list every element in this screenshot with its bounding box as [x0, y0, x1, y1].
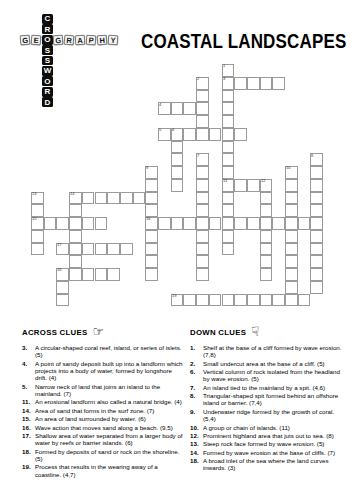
down-clue-item-7: 7.An island tied to the mainland by a sp… — [190, 384, 345, 391]
down-clue-item-2: 2.Small undercut area at the base of a c… — [190, 360, 345, 367]
crossword-cell-r17c20[interactable] — [285, 281, 298, 294]
crossword-cell-r10c13[interactable] — [196, 192, 209, 205]
across-clues-heading: ACROSS CLUES ☞ — [22, 326, 185, 339]
crossword-cell-r12c21[interactable] — [298, 217, 311, 230]
cell-number-3: 3 — [223, 77, 225, 81]
crossword-cell-r18c12[interactable] — [183, 294, 196, 307]
crossword-cell-r16c22[interactable] — [310, 268, 323, 281]
across-clue-item-16: 16.Wave action that moves sand along a b… — [22, 424, 185, 431]
crossword-cell-r10c18[interactable] — [260, 192, 273, 205]
across-clue-item-18: 18.Formed by deposits of sand or rock on… — [22, 448, 185, 463]
down-clue-number: 10. — [190, 424, 200, 431]
crossword-cell-r14c0[interactable] — [31, 243, 44, 256]
crossword-cell-r10c6[interactable] — [107, 192, 120, 205]
down-clue-item-8: 8.Triangular-shaped spit formed behind a… — [190, 392, 345, 407]
crossword-cell-r16c9[interactable] — [145, 268, 158, 281]
across-clue-number: 3. — [22, 344, 32, 359]
crossword-cell-r1c18[interactable] — [260, 77, 273, 90]
across-clue-text: An erosional landform also called a natu… — [35, 398, 182, 405]
crossword-cell-r3c15[interactable] — [222, 102, 235, 115]
across-clue-text: A point of sandy deposit built up into a… — [35, 360, 185, 382]
logo-horizontal-tile-e: E — [31, 34, 42, 45]
cell-number-5: 5 — [159, 128, 161, 132]
across-clue-item-11: 11.An erosional landform also called a n… — [22, 398, 185, 405]
crossword-cell-r18c15[interactable] — [222, 294, 235, 307]
across-clue-item-15: 15.An area of land surrounded by water. … — [22, 415, 185, 422]
crossword-cell-r3c12[interactable] — [183, 102, 196, 115]
cell-number-15: 15 — [32, 217, 37, 221]
cell-number-18: 18 — [57, 268, 62, 272]
crossword-cell-r11c22[interactable] — [310, 204, 323, 217]
across-clue-text: An area of land surrounded by water. (6) — [35, 415, 146, 422]
down-clue-item-6: 6.Vertical column of rock isolated from … — [190, 368, 345, 383]
crossword-cell-r10c20[interactable] — [285, 192, 298, 205]
crossword-cell-r6c15[interactable] — [222, 141, 235, 154]
crossword-cell-r1c17[interactable] — [247, 77, 260, 90]
across-clue-number: 16. — [22, 424, 32, 431]
crossword-cell-r11c20[interactable] — [285, 204, 298, 217]
crossword-cell-r12c14[interactable] — [209, 217, 222, 230]
crossword-cell-r10c5[interactable] — [95, 192, 108, 205]
down-clues-heading: DOWN CLUES ☟ — [190, 326, 345, 339]
crossword-cell-r11c18[interactable] — [260, 204, 273, 217]
crossword-cell-r16c6[interactable] — [107, 268, 120, 281]
cell-number-holder: 4 — [158, 102, 171, 115]
down-clue-text: Prominent highland area that juts out to… — [203, 432, 334, 439]
crossword-cell-r3c13[interactable] — [196, 102, 209, 115]
crossword-cell-r12c12[interactable] — [183, 217, 196, 230]
crossword-cell-r11c13[interactable] — [196, 204, 209, 217]
crossword-cell-r14c13[interactable] — [196, 243, 209, 256]
crossword-cell-r1c16[interactable] — [234, 77, 247, 90]
cell-number-9: 9 — [146, 166, 148, 170]
crossword-cell-r13c0[interactable] — [31, 230, 44, 243]
crossword-cell-r1c19[interactable] — [272, 77, 285, 90]
across-clue-text: Wave action that moves sand along a beac… — [35, 424, 173, 431]
down-clue-text: Formed by wave erosion at the base of cl… — [203, 449, 335, 456]
down-clue-text: An island tied to the mainland by a spit… — [203, 384, 325, 391]
crossword-cell-r12c1[interactable] — [44, 217, 57, 230]
crossword-cell-r5c14[interactable] — [209, 128, 222, 141]
down-clue-item-12: 12.Prominent highland area that juts out… — [190, 432, 345, 439]
crossword-cell-r13c3[interactable] — [69, 230, 82, 243]
crossword-cell-r12c10[interactable] — [158, 217, 171, 230]
cell-number-10: 10 — [286, 166, 291, 170]
crossword-cell-r14c3[interactable] — [69, 243, 82, 256]
down-clue-text: Steep rock face formed by wave erosion. … — [203, 440, 324, 447]
crossword-cell-r13c15[interactable] — [222, 230, 235, 243]
crossword-cell-r17c22[interactable] — [310, 281, 323, 294]
crossword-cell-r12c4[interactable] — [82, 217, 95, 230]
page-title: COASTAL LANDSCAPES — [141, 30, 347, 53]
crossword-grid: 12345678910111213141516171819 — [31, 64, 325, 307]
crossword-cell-r18c14[interactable] — [209, 294, 222, 307]
crossword-cell-r18c13[interactable] — [196, 294, 209, 307]
crossword-cell-r2c13[interactable] — [196, 90, 209, 103]
cell-number-holder: 2 — [196, 77, 209, 90]
crossword-cell-r18c20[interactable] — [285, 294, 298, 307]
crossword-cell-r12c17[interactable] — [247, 217, 260, 230]
down-clues-label: DOWN CLUES — [190, 328, 246, 337]
crossword-cell-r14c15[interactable] — [222, 243, 235, 256]
across-clue-number: 19. — [22, 463, 32, 478]
crossword-cell-r16c18[interactable] — [260, 268, 273, 281]
down-clue-number: 9. — [190, 408, 200, 423]
across-clue-number: 11. — [22, 398, 32, 405]
cell-number-holder: 17 — [56, 243, 69, 256]
crossword-cell-r9c20[interactable] — [285, 179, 298, 192]
crossword-cell-r5c15[interactable] — [222, 128, 235, 141]
across-clue-number: 18. — [22, 448, 32, 463]
down-clue-text: Underwater ridge formed by the growth of… — [203, 408, 345, 423]
across-clue-number: 15. — [22, 415, 32, 422]
crossword-cell-r12c11[interactable] — [171, 217, 184, 230]
crossword-cell-r9c13[interactable] — [196, 179, 209, 192]
down-clue-number: 6. — [190, 368, 200, 383]
crossword-cell-r12c16[interactable] — [234, 217, 247, 230]
across-clue-item-3: 3.A circular-shaped coral reef, island, … — [22, 344, 185, 359]
crossword-cell-r9c16[interactable] — [234, 179, 247, 192]
across-clue-list: 3.A circular-shaped coral reef, island, … — [22, 344, 185, 478]
cell-number-13: 13 — [32, 192, 37, 196]
across-clue-number: 17. — [22, 432, 32, 447]
down-clue-number: 14. — [190, 449, 200, 456]
crossword-cell-r18c17[interactable] — [247, 294, 260, 307]
across-clue-text: Formed by deposits of sand or rock on th… — [35, 448, 185, 463]
across-clue-item-4: 4.A point of sandy deposit built up into… — [22, 360, 185, 382]
cell-number-holder: 3 — [222, 77, 235, 90]
cell-number-2: 2 — [197, 77, 199, 81]
crossword-cell-r12c3[interactable] — [69, 217, 82, 230]
crossword-cell-r6c11[interactable] — [171, 141, 184, 154]
crossword-cell-r11c0[interactable] — [31, 204, 44, 217]
down-clue-number: 7. — [190, 384, 200, 391]
cell-number-holder: 1 — [222, 64, 235, 77]
cell-number-holder: 14 — [69, 192, 82, 205]
cell-number-holder: 16 — [145, 217, 158, 230]
crossword-cell-r9c22[interactable] — [310, 179, 323, 192]
cell-number-6: 6 — [172, 128, 174, 132]
crossword-cell-r18c18[interactable] — [260, 294, 273, 307]
logo-horizontal-tile-h: H — [97, 34, 108, 45]
crossword-cell-r12c19[interactable] — [272, 217, 285, 230]
logo-horizontal-tile-y: Y — [108, 35, 119, 46]
crossword-cell-r5c13[interactable] — [196, 128, 209, 141]
cell-number-holder: 18 — [56, 268, 69, 281]
crossword-cell-r16c5[interactable] — [95, 268, 108, 281]
across-clue-text: Area of sand that forms in the surf zone… — [35, 407, 154, 414]
cell-number-holder: 15 — [31, 217, 44, 230]
down-clue-item-1: 1.Shelf at the base of a cliff formed by… — [190, 344, 345, 359]
crossword-cell-r14c6[interactable] — [107, 243, 120, 256]
across-clues-label: ACROSS CLUES — [22, 328, 88, 337]
logo-vertical-tile-r: R — [42, 24, 53, 34]
down-clues-section: DOWN CLUES ☟ 1.Shelf at the base of a cl… — [190, 326, 345, 473]
crossword-cell-r12c18[interactable] — [260, 217, 273, 230]
down-clue-number: 8. — [190, 392, 200, 407]
across-clue-number: 5. — [22, 383, 32, 398]
down-clue-list: 1.Shelf at the base of a cliff formed by… — [190, 344, 345, 472]
crossword-cell-r10c4[interactable] — [82, 192, 95, 205]
crossword-cell-r8c15[interactable] — [222, 166, 235, 179]
crossword-cell-r12c5[interactable] — [95, 217, 108, 230]
crossword-cell-r12c15[interactable] — [222, 217, 235, 230]
cell-number-holder: 5 — [158, 128, 171, 141]
across-clue-item-17: 17.Shallow area of water separated from … — [22, 432, 185, 447]
pointing-down-hand-icon: ☟ — [251, 324, 259, 339]
crossword-cell-r17c2[interactable] — [56, 281, 69, 294]
down-clue-number: 2. — [190, 360, 200, 367]
across-clue-item-14: 14.Area of sand that forms in the surf z… — [22, 407, 185, 414]
crossword-cell-r12c13[interactable] — [196, 217, 209, 230]
cell-number-12: 12 — [261, 179, 266, 183]
crossword-cell-r14c20[interactable] — [285, 243, 298, 256]
crossword-cell-r13c20[interactable] — [285, 230, 298, 243]
down-clue-text: A broad inlet of the sea where the land … — [203, 457, 345, 472]
logo-horizontal-tile-g: G — [53, 34, 64, 45]
cell-number-holder: 10 — [285, 166, 298, 179]
cell-number-4: 4 — [159, 103, 161, 107]
crossword-cell-r18c16[interactable] — [234, 294, 247, 307]
crossword-cell-r13c9[interactable] — [145, 230, 158, 243]
crossword-cell-r14c22[interactable] — [310, 243, 323, 256]
crossword-cell-r8c11[interactable] — [171, 166, 184, 179]
across-clue-number: 4. — [22, 360, 32, 382]
cell-number-holder: 9 — [145, 166, 158, 179]
across-clue-number: 14. — [22, 407, 32, 414]
across-clue-item-5: 5.Narrow neck of land that joins an isla… — [22, 383, 185, 398]
down-clue-item-10: 10.A group or chain of islands. (11) — [190, 424, 345, 431]
logo-horizontal-tile-o: O — [42, 35, 53, 45]
crossword-cell-r13c18[interactable] — [260, 230, 273, 243]
worksheet-page: { "page": { "background": "#ffffff" }, "… — [0, 0, 354, 500]
crossword-cell-r14c5[interactable] — [95, 243, 108, 256]
crossword-cell-r14c18[interactable] — [260, 243, 273, 256]
crossword-cell-r16c3[interactable] — [69, 268, 82, 281]
crossword-cell-r7c15[interactable] — [222, 153, 235, 166]
cell-number-11: 11 — [223, 179, 227, 183]
crossword-cell-r9c17[interactable] — [247, 179, 260, 192]
down-clue-text: Shelf at the base of a cliff formed by w… — [203, 344, 345, 359]
logo-horizontal-tile-p: P — [86, 34, 97, 45]
crossword-cell-r16c4[interactable] — [82, 268, 95, 281]
crossword-cell-r10c9[interactable] — [145, 192, 158, 205]
cell-number-holder: 6 — [171, 128, 184, 141]
crossword-cell-r11c15[interactable] — [222, 204, 235, 217]
crossword-cell-r14c9[interactable] — [145, 243, 158, 256]
crossword-cell-r11c9[interactable] — [145, 204, 158, 217]
cell-number-holder: 7 — [196, 153, 209, 166]
crossword-cell-r4c15[interactable] — [222, 115, 235, 128]
cell-number-holder: 8 — [310, 153, 323, 166]
crossword-cell-r15c13[interactable] — [196, 255, 209, 268]
crossword-cell-r10c22[interactable] — [310, 192, 323, 205]
crossword-cell-r15c18[interactable] — [260, 255, 273, 268]
down-clue-item-13: 13.Steep rock face formed by wave erosio… — [190, 440, 345, 447]
crossword-cell-r10c15[interactable] — [222, 192, 235, 205]
across-clue-text: A circular-shaped coral reef, island, or… — [35, 344, 185, 359]
cell-number-19: 19 — [172, 294, 177, 298]
crossword-cell-r2c15[interactable] — [222, 90, 235, 103]
across-clue-item-19: 19.Process that results in the wearing a… — [22, 463, 185, 478]
crossword-cell-r15c3[interactable] — [69, 255, 82, 268]
crossword-cell-r12c2[interactable] — [56, 217, 69, 230]
across-clue-text: Shallow area of water separated from a l… — [35, 432, 185, 447]
down-clue-text: Triangular-shaped spit formed behind an … — [203, 392, 345, 407]
crossword-cell-r13c13[interactable] — [196, 230, 209, 243]
crossword-cell-r16c20[interactable] — [285, 268, 298, 281]
crossword-cell-r18c19[interactable] — [272, 294, 285, 307]
crossword-cell-r5c12[interactable] — [183, 128, 196, 141]
cell-number-holder: 19 — [171, 294, 184, 307]
cell-number-holder: 12 — [260, 179, 273, 192]
crossword-cell-r9c11[interactable] — [171, 179, 184, 192]
cell-number-holder: 13 — [31, 192, 44, 205]
cell-number-8: 8 — [311, 154, 313, 158]
logo-vertical-tile-s: S — [42, 45, 53, 55]
crossword-cell-r5c16[interactable] — [234, 128, 247, 141]
cell-number-7: 7 — [197, 154, 199, 158]
down-clue-number: 1. — [190, 344, 200, 359]
down-clue-number: 18. — [190, 457, 200, 472]
crossword-cell-r15c20[interactable] — [285, 255, 298, 268]
crossword-cell-r11c3[interactable] — [69, 204, 82, 217]
logo-horizontal-tile-r: R — [64, 34, 75, 45]
down-clue-number: 13. — [190, 440, 200, 447]
crossword-cell-r7c11[interactable] — [171, 153, 184, 166]
crossword-cell-r10c8[interactable] — [133, 192, 146, 205]
crossword-cell-r18c2[interactable] — [56, 294, 69, 307]
crossword-cell-r18c21[interactable] — [298, 294, 311, 307]
cell-number-1: 1 — [223, 64, 225, 68]
down-clue-text: Vertical column of rock isolated from th… — [203, 368, 345, 383]
crossword-cell-r15c9[interactable] — [145, 255, 158, 268]
down-clue-item-9: 9.Underwater ridge formed by the growth … — [190, 408, 345, 423]
crossword-cell-r16c13[interactable] — [196, 268, 209, 281]
crossword-cell-r10c7[interactable] — [120, 192, 133, 205]
crossword-cell-r4c13[interactable] — [196, 115, 209, 128]
logo-horizontal-tile-a: A — [75, 35, 86, 46]
across-clues-section: ACROSS CLUES ☞ 3.A circular-shaped coral… — [22, 326, 185, 479]
crossword-cell-r15c22[interactable] — [310, 255, 323, 268]
cell-number-14: 14 — [70, 192, 75, 196]
down-clue-item-18: 18.A broad inlet of the sea where the la… — [190, 457, 345, 472]
crossword-cell-r13c22[interactable] — [310, 230, 323, 243]
down-clue-text: Small undercut area at the base of a cli… — [203, 360, 325, 367]
crossword-cell-r12c22[interactable] — [310, 217, 323, 230]
pointing-right-hand-icon: ☞ — [93, 324, 105, 339]
cell-number-holder: 11 — [222, 179, 235, 192]
down-clue-item-14: 14.Formed by wave erosion at the base of… — [190, 449, 345, 456]
crossword-cell-r14c7[interactable] — [120, 243, 133, 256]
logo-horizontal-tile-g: G — [20, 34, 31, 45]
cell-number-16: 16 — [146, 217, 151, 221]
crossword-cell-r8c13[interactable] — [196, 166, 209, 179]
crossword-cell-r8c22[interactable] — [310, 166, 323, 179]
crossword-cell-r12c20[interactable] — [285, 217, 298, 230]
across-clue-text: Process that results in the wearing away… — [35, 463, 185, 478]
crossword-cell-r9c9[interactable] — [145, 179, 158, 192]
down-clue-text: A group or chain of islands. (11) — [203, 424, 290, 431]
across-clue-text: Narrow neck of land that joins an island… — [35, 383, 185, 398]
down-clue-number: 12. — [190, 432, 200, 439]
crossword-cell-r14c4[interactable] — [82, 243, 95, 256]
cell-number-17: 17 — [57, 243, 62, 247]
crossword-cell-r3c11[interactable] — [171, 102, 184, 115]
logo-vertical-tile-c: C — [42, 14, 53, 24]
